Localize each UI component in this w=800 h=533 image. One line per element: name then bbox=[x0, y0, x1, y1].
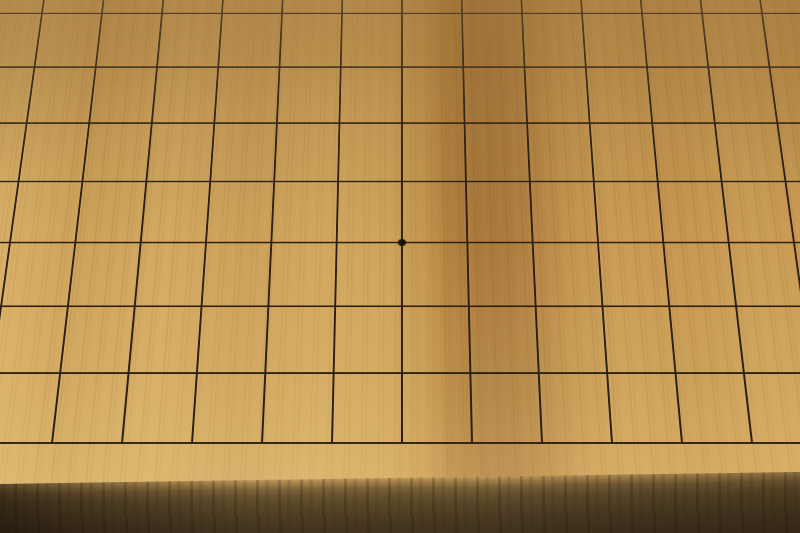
grid-cell bbox=[403, 374, 473, 444]
grid-cell bbox=[142, 182, 212, 243]
star-point-hoshi bbox=[398, 239, 405, 245]
grid-cell bbox=[278, 68, 342, 124]
grid-cell bbox=[528, 124, 595, 182]
grid-cell bbox=[97, 14, 163, 68]
grid-cell bbox=[219, 14, 283, 68]
grid-cell bbox=[27, 68, 96, 124]
grid-cell bbox=[340, 68, 403, 124]
grid-cell bbox=[83, 124, 152, 182]
grid-cell bbox=[403, 14, 464, 68]
grid-cell bbox=[709, 68, 778, 124]
grid-cell bbox=[129, 307, 202, 374]
grid-cell bbox=[338, 182, 403, 243]
grid-cell bbox=[583, 14, 648, 68]
grid-cell bbox=[462, 0, 523, 14]
grid-cell bbox=[207, 182, 275, 243]
grid-cell bbox=[403, 0, 463, 14]
grid-cell bbox=[193, 374, 266, 444]
grid-cell bbox=[403, 243, 470, 307]
grid-cell bbox=[403, 307, 471, 374]
grid-cell bbox=[90, 68, 158, 124]
grid-cell bbox=[465, 124, 530, 182]
grid-cell bbox=[591, 124, 659, 182]
grid-cell bbox=[643, 14, 709, 68]
grid-cell bbox=[123, 374, 198, 444]
grid-cell bbox=[147, 124, 215, 182]
grid-cell bbox=[730, 243, 800, 307]
grid-cell bbox=[599, 243, 670, 307]
grid-cell bbox=[153, 68, 219, 124]
grid-cell bbox=[53, 374, 130, 444]
grid-cell bbox=[464, 68, 528, 124]
grid-cell bbox=[158, 14, 223, 68]
grid-cell bbox=[19, 124, 90, 182]
grid-cell bbox=[339, 124, 403, 182]
grid-cell bbox=[520, 0, 582, 14]
grid-cell bbox=[333, 374, 403, 444]
grid-cell bbox=[403, 124, 467, 182]
grid-cell bbox=[463, 14, 526, 68]
grid-cell bbox=[608, 374, 683, 444]
grid-cell bbox=[540, 374, 613, 444]
grid-cell bbox=[61, 307, 136, 374]
grid-cell bbox=[0, 307, 69, 374]
grid-cell bbox=[403, 68, 466, 124]
grid-cell bbox=[263, 374, 335, 444]
grid-cell bbox=[587, 68, 654, 124]
grid-cell bbox=[280, 14, 343, 68]
grid-cell bbox=[756, 0, 800, 14]
grid-cell bbox=[745, 374, 800, 444]
grid-cell bbox=[275, 124, 340, 182]
grid-cell bbox=[677, 374, 754, 444]
grid-cell bbox=[525, 68, 590, 124]
grid-cell bbox=[343, 0, 403, 14]
grid-cell bbox=[136, 243, 207, 307]
grid-cell bbox=[11, 182, 83, 243]
grid-cell bbox=[703, 14, 771, 68]
grid-cell bbox=[103, 0, 168, 14]
grid-cell bbox=[737, 307, 800, 374]
grid-cell bbox=[723, 182, 795, 243]
grid-cell bbox=[198, 307, 269, 374]
grid-cell bbox=[69, 243, 142, 307]
grid-cell bbox=[35, 14, 103, 68]
go-board-surface bbox=[0, 0, 800, 489]
grid-cell bbox=[653, 124, 722, 182]
grid-cell bbox=[664, 243, 737, 307]
grid-cell bbox=[283, 0, 344, 14]
go-grid bbox=[0, 0, 800, 444]
grid-cell bbox=[266, 307, 336, 374]
grid-cell bbox=[76, 182, 147, 243]
grid-cell bbox=[342, 14, 403, 68]
grid-cell bbox=[269, 243, 337, 307]
grid-cell bbox=[163, 0, 227, 14]
grid-cell bbox=[223, 0, 285, 14]
grid-cell bbox=[335, 307, 403, 374]
grid-cell bbox=[211, 124, 278, 182]
grid-cell bbox=[523, 14, 587, 68]
grid-cell bbox=[648, 68, 716, 124]
grid-cell bbox=[2, 243, 76, 307]
grid-cell bbox=[697, 0, 763, 14]
grid-cell bbox=[43, 0, 109, 14]
grid-cell bbox=[595, 182, 665, 243]
grid-cell bbox=[403, 182, 468, 243]
grid-cell bbox=[202, 243, 272, 307]
grid-cell bbox=[579, 0, 643, 14]
grid-cell bbox=[763, 14, 800, 68]
grid-cell bbox=[716, 124, 787, 182]
grid-cell bbox=[272, 182, 339, 243]
grid-cell bbox=[470, 307, 540, 374]
grid-cell bbox=[467, 182, 534, 243]
grid-cell bbox=[638, 0, 703, 14]
grid-cell bbox=[336, 243, 403, 307]
grid-cell bbox=[537, 307, 609, 374]
grid-cell bbox=[534, 243, 604, 307]
grid-cell bbox=[670, 307, 745, 374]
grid-cell bbox=[0, 374, 61, 444]
grid-cell bbox=[468, 243, 536, 307]
grid-cell bbox=[603, 307, 676, 374]
grid-cell bbox=[531, 182, 599, 243]
grid-cell bbox=[215, 68, 280, 124]
grid-cell bbox=[471, 374, 543, 444]
goban-photo bbox=[0, 0, 800, 533]
grid-cell bbox=[659, 182, 730, 243]
